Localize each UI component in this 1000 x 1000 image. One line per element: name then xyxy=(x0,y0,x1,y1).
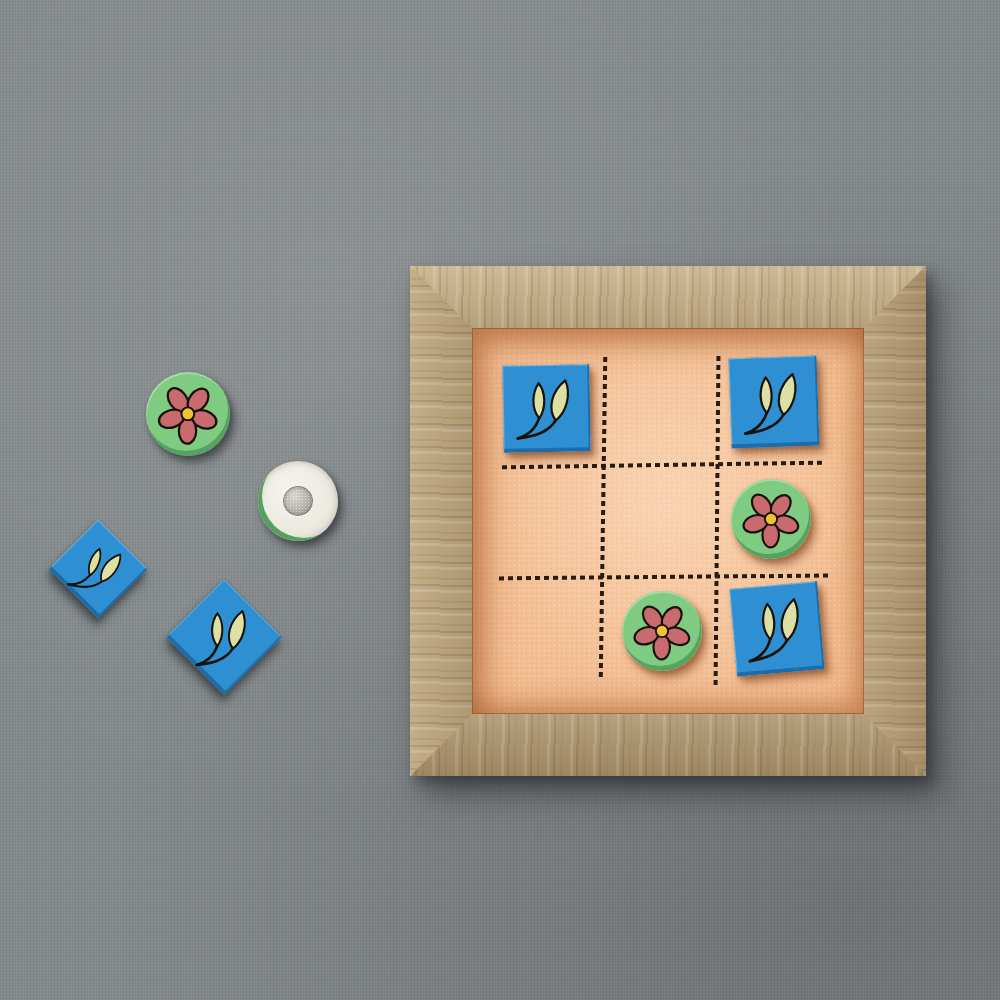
piece-face xyxy=(731,479,811,559)
piece-face xyxy=(49,520,148,619)
piece-face xyxy=(622,591,702,671)
piece-face xyxy=(166,579,282,695)
leaf-tile-piece[interactable] xyxy=(728,355,819,448)
leaf-motif-icon xyxy=(733,360,815,444)
flower-token-piece[interactable] xyxy=(146,372,230,456)
leaf-motif-icon xyxy=(507,369,587,449)
piece-face xyxy=(729,581,824,676)
magnet-icon xyxy=(283,486,313,516)
piece-face xyxy=(146,372,230,456)
flower-motif-icon xyxy=(150,376,226,452)
pieces-layer xyxy=(0,0,1000,1000)
flower-motif-icon xyxy=(735,483,807,555)
piece-face xyxy=(728,355,819,448)
flower-token-piece[interactable] xyxy=(731,479,811,559)
leaf-motif-icon xyxy=(58,529,139,610)
flower-motif-icon xyxy=(626,595,698,667)
leaf-motif-icon xyxy=(734,586,820,672)
scene-gray-fabric xyxy=(0,0,1000,1000)
piece-face xyxy=(502,364,591,453)
leaf-tile-piece[interactable] xyxy=(49,520,148,619)
leaf-tile-piece[interactable] xyxy=(729,581,824,676)
leaf-motif-icon xyxy=(187,600,261,674)
leaf-tile-piece[interactable] xyxy=(166,579,282,695)
flower-token-facedown[interactable] xyxy=(258,461,338,541)
flower-token-piece[interactable] xyxy=(622,591,702,671)
piece-face xyxy=(258,461,338,541)
leaf-tile-piece[interactable] xyxy=(502,364,591,453)
